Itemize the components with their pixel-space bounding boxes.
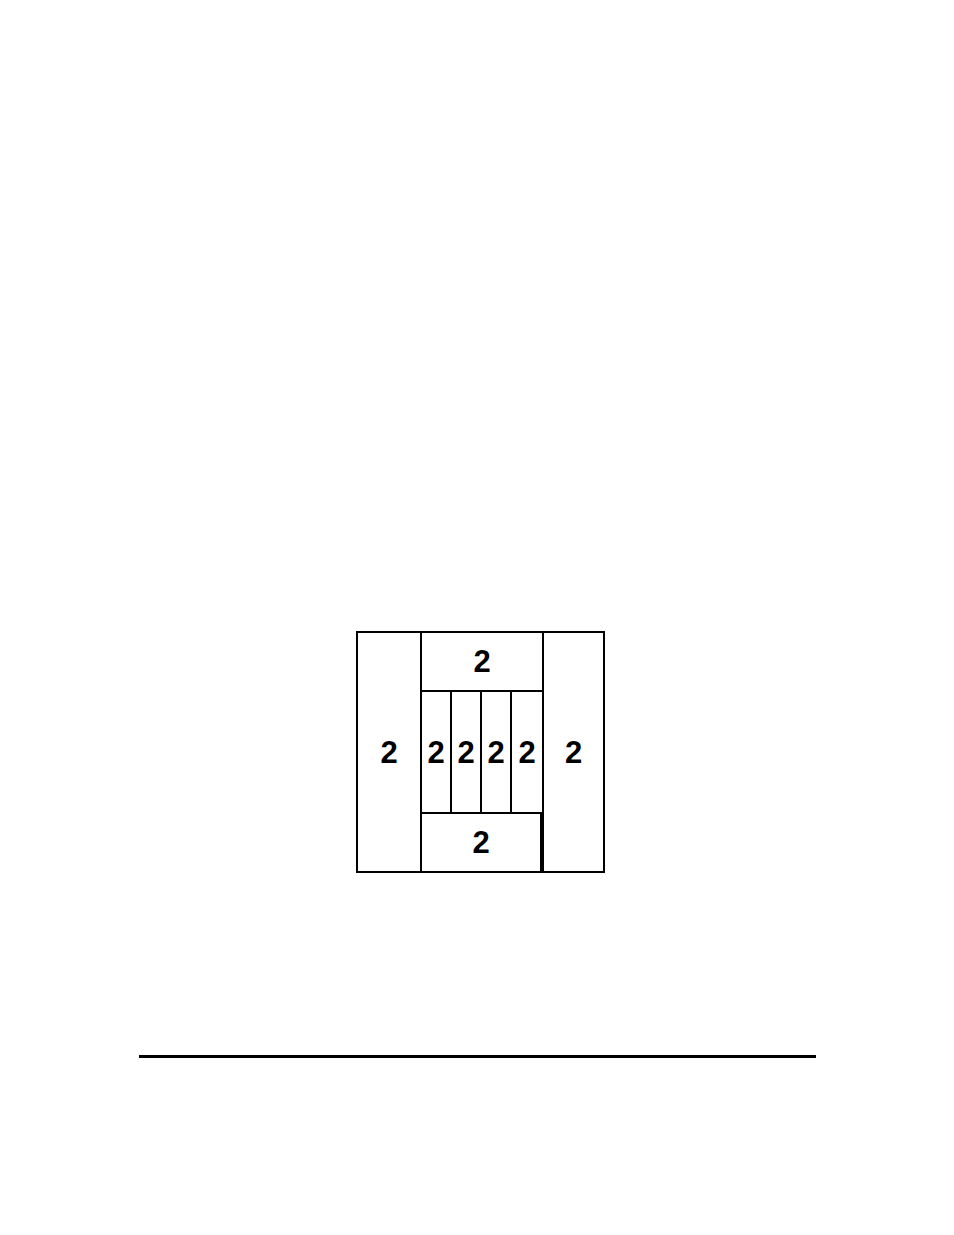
region-top-bar: 2 [422,633,542,692]
document-page: 2 2 2 2 2 2 2 2 [0,0,954,1235]
region-right-column: 2 [542,633,603,871]
region-strip-2: 2 [452,692,482,812]
region-strip-1: 2 [422,692,452,812]
partition-figure: 2 2 2 2 2 2 2 2 [356,631,605,873]
region-left-column: 2 [358,633,422,871]
region-strip-4: 2 [512,692,542,812]
footer-rule [139,1055,816,1058]
region-bottom-bar: 2 [422,812,542,871]
region-strip-3: 2 [482,692,512,812]
